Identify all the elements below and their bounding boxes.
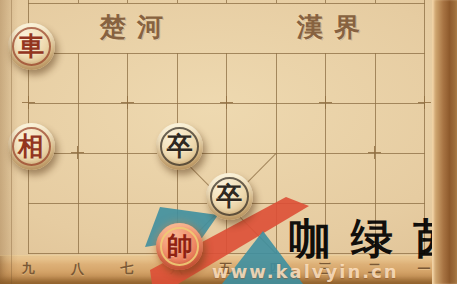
piece-glyph: 相 bbox=[18, 129, 44, 164]
piece-black-soldier-1[interactable]: 卒 bbox=[156, 123, 203, 170]
brand-char-1: 咖 bbox=[289, 214, 351, 263]
piece-black-soldier-2[interactable]: 卒 bbox=[206, 173, 253, 220]
piece-glyph: 卒 bbox=[216, 179, 242, 214]
xiangqi-board[interactable]: 楚河 漢界 九八七六五四三二一 咖绿茵 www.kalvyin.cn 車相卒卒帥 bbox=[0, 0, 457, 284]
piece-glyph: 帥 bbox=[167, 229, 193, 264]
board-right-edge bbox=[432, 0, 457, 284]
watermark-url: www.kalvyin.cn bbox=[212, 261, 457, 282]
piece-glyph: 卒 bbox=[167, 129, 193, 164]
brand-char-2: 绿 bbox=[351, 214, 413, 263]
board-left-shade bbox=[0, 0, 18, 284]
piece-glyph: 車 bbox=[18, 29, 44, 64]
piece-red-general[interactable]: 帥 bbox=[156, 223, 203, 270]
